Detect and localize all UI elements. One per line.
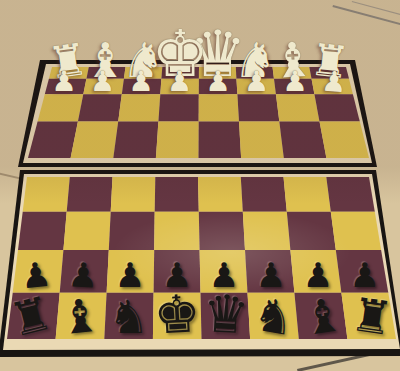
square-a8 <box>341 293 396 339</box>
square-b6 <box>287 212 336 250</box>
square-d1 <box>199 67 237 79</box>
square-d3 <box>199 94 239 121</box>
square-f8 <box>104 293 153 339</box>
square-b1 <box>273 67 312 79</box>
square-d5 <box>198 177 243 212</box>
square-d6 <box>199 212 245 250</box>
square-h8 <box>7 293 60 339</box>
square-c4 <box>239 122 284 158</box>
square-e4 <box>156 122 199 158</box>
square-g1 <box>86 67 125 79</box>
square-h1 <box>49 67 89 79</box>
square-f2 <box>122 79 162 95</box>
square-b2 <box>274 79 314 95</box>
square-c5 <box>241 177 287 212</box>
square-b7 <box>290 250 341 293</box>
square-d4 <box>199 122 242 158</box>
square-b5 <box>284 177 331 212</box>
square-b3 <box>276 94 320 121</box>
square-d7 <box>200 250 248 293</box>
square-c3 <box>237 94 279 121</box>
square-f6 <box>109 212 155 250</box>
square-a5 <box>326 177 375 212</box>
square-g4 <box>71 122 119 158</box>
square-a2 <box>312 79 353 95</box>
square-e7 <box>154 250 201 293</box>
square-e3 <box>158 94 198 121</box>
square-h5 <box>23 177 70 212</box>
square-a7 <box>336 250 389 293</box>
square-d8 <box>201 293 251 339</box>
square-b4 <box>279 122 326 158</box>
square-c2 <box>236 79 276 95</box>
square-d2 <box>199 79 238 95</box>
square-f7 <box>107 250 155 293</box>
square-f5 <box>111 177 156 212</box>
square-g7 <box>60 250 109 293</box>
square-g6 <box>63 212 110 250</box>
square-a3 <box>314 94 359 121</box>
square-f4 <box>113 122 158 158</box>
square-f1 <box>124 67 162 79</box>
square-c8 <box>248 293 299 339</box>
square-g8 <box>56 293 107 339</box>
square-h6 <box>18 212 67 250</box>
square-e5 <box>155 177 199 212</box>
square-e6 <box>154 212 199 250</box>
photo-scene: ♜♝♞♛♚♞♝♜♟♟♟♟♟♟♟♟♟♟♟♟♟♟♟♟♜♝♞♛♚♞♝♜ <box>0 0 400 371</box>
square-h2 <box>45 79 87 95</box>
square-f3 <box>118 94 160 121</box>
square-b8 <box>294 293 347 339</box>
square-c7 <box>245 250 294 293</box>
square-a1 <box>309 67 349 79</box>
square-h7 <box>13 250 64 293</box>
square-c6 <box>243 212 291 250</box>
square-h3 <box>38 94 84 121</box>
chessboard <box>0 0 400 371</box>
square-e2 <box>160 79 199 95</box>
square-e1 <box>161 67 199 79</box>
square-g5 <box>67 177 113 212</box>
square-g2 <box>83 79 124 95</box>
square-c1 <box>236 67 274 79</box>
square-e8 <box>153 293 202 339</box>
square-g3 <box>78 94 122 121</box>
square-a6 <box>331 212 381 250</box>
